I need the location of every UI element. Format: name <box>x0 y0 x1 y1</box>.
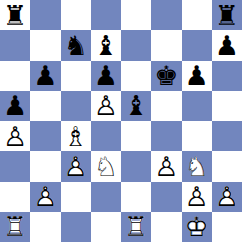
square-g8[interactable] <box>182 0 212 30</box>
square-d8[interactable] <box>91 0 121 30</box>
square-c4[interactable]: ♝♗ <box>61 121 91 151</box>
piece-black-pawn[interactable]: ♟ <box>30 61 60 91</box>
piece-black-pawn[interactable]: ♟ <box>182 61 212 91</box>
piece-outline: ♔ <box>182 212 212 242</box>
square-d1[interactable] <box>91 212 121 242</box>
piece-white-pawn[interactable]: ♟♙ <box>151 151 181 181</box>
square-f8[interactable] <box>151 0 181 30</box>
piece-body: ♝ <box>121 91 151 121</box>
square-e1[interactable]: ♜♖ <box>121 212 151 242</box>
piece-white-pawn[interactable]: ♟♙ <box>91 91 121 121</box>
square-g7[interactable] <box>182 30 212 60</box>
piece-body: ♞ <box>61 30 91 60</box>
piece-white-knight[interactable]: ♞♘ <box>182 151 212 181</box>
piece-outline: ♙ <box>151 151 181 181</box>
piece-body: ♟ <box>212 30 242 60</box>
square-d5[interactable]: ♟♙ <box>91 91 121 121</box>
square-g4[interactable] <box>182 121 212 151</box>
square-h5[interactable] <box>212 91 242 121</box>
piece-outline: ♘ <box>91 151 121 181</box>
piece-black-rook[interactable]: ♜ <box>0 0 30 30</box>
piece-black-rook[interactable]: ♜ <box>212 0 242 30</box>
square-h4[interactable] <box>212 121 242 151</box>
square-g1[interactable]: ♚♔ <box>182 212 212 242</box>
piece-outline: ♖ <box>0 212 30 242</box>
square-a4[interactable]: ♟♙ <box>0 121 30 151</box>
square-f3[interactable]: ♟♙ <box>151 151 181 181</box>
piece-black-pawn[interactable]: ♟ <box>212 30 242 60</box>
square-g6[interactable]: ♟ <box>182 61 212 91</box>
piece-body: ♜ <box>212 0 242 30</box>
piece-body: ♟ <box>0 91 30 121</box>
piece-white-pawn[interactable]: ♟♙ <box>212 182 242 212</box>
piece-black-pawn[interactable]: ♟ <box>0 91 30 121</box>
square-f4[interactable] <box>151 121 181 151</box>
piece-black-bishop[interactable]: ♝ <box>121 91 151 121</box>
piece-white-rook[interactable]: ♜♖ <box>0 212 30 242</box>
square-f2[interactable] <box>151 182 181 212</box>
square-a7[interactable] <box>0 30 30 60</box>
piece-black-knight[interactable]: ♞ <box>61 30 91 60</box>
piece-outline: ♗ <box>61 121 91 151</box>
piece-black-king[interactable]: ♚ <box>151 61 181 91</box>
square-e7[interactable] <box>121 30 151 60</box>
square-a6[interactable] <box>0 61 30 91</box>
piece-outline: ♖ <box>121 212 151 242</box>
piece-white-bishop[interactable]: ♝♗ <box>61 121 91 151</box>
square-b4[interactable] <box>30 121 60 151</box>
square-a8[interactable]: ♜ <box>0 0 30 30</box>
square-f5[interactable] <box>151 91 181 121</box>
square-d6[interactable]: ♟ <box>91 61 121 91</box>
square-h6[interactable] <box>212 61 242 91</box>
piece-body: ♟ <box>30 61 60 91</box>
square-a3[interactable] <box>0 151 30 181</box>
square-e4[interactable] <box>121 121 151 151</box>
piece-white-king[interactable]: ♚♔ <box>182 212 212 242</box>
square-h7[interactable]: ♟ <box>212 30 242 60</box>
square-c1[interactable] <box>61 212 91 242</box>
square-a5[interactable]: ♟ <box>0 91 30 121</box>
square-b3[interactable] <box>30 151 60 181</box>
piece-outline: ♙ <box>91 91 121 121</box>
piece-body: ♚ <box>151 61 181 91</box>
piece-white-rook[interactable]: ♜♖ <box>121 212 151 242</box>
square-e5[interactable]: ♝ <box>121 91 151 121</box>
square-h8[interactable]: ♜ <box>212 0 242 30</box>
piece-white-pawn[interactable]: ♟♙ <box>30 182 60 212</box>
square-c3[interactable]: ♟♙ <box>61 151 91 181</box>
chess-board: ♜♜♞♝♟♟♟♚♟♟♟♙♝♟♙♝♗♟♙♞♘♟♙♞♘♟♙♟♙♟♙♜♖♜♖♚♔ <box>0 0 242 242</box>
square-b8[interactable] <box>30 0 60 30</box>
piece-white-pawn[interactable]: ♟♙ <box>0 121 30 151</box>
square-b6[interactable]: ♟ <box>30 61 60 91</box>
piece-white-pawn[interactable]: ♟♙ <box>61 151 91 181</box>
square-e6[interactable] <box>121 61 151 91</box>
piece-body: ♜ <box>0 0 30 30</box>
square-d7[interactable]: ♝ <box>91 30 121 60</box>
square-b7[interactable] <box>30 30 60 60</box>
square-b2[interactable]: ♟♙ <box>30 182 60 212</box>
square-b1[interactable] <box>30 212 60 242</box>
square-e8[interactable] <box>121 0 151 30</box>
square-e2[interactable] <box>121 182 151 212</box>
piece-body: ♝ <box>91 30 121 60</box>
square-h1[interactable] <box>212 212 242 242</box>
square-d3[interactable]: ♞♘ <box>91 151 121 181</box>
square-f6[interactable]: ♚ <box>151 61 181 91</box>
piece-white-pawn[interactable]: ♟♙ <box>182 182 212 212</box>
square-g2[interactable]: ♟♙ <box>182 182 212 212</box>
square-h2[interactable]: ♟♙ <box>212 182 242 212</box>
piece-outline: ♘ <box>182 151 212 181</box>
square-d4[interactable] <box>91 121 121 151</box>
square-f7[interactable] <box>151 30 181 60</box>
square-c8[interactable] <box>61 0 91 30</box>
piece-outline: ♙ <box>212 182 242 212</box>
piece-outline: ♙ <box>182 182 212 212</box>
square-b5[interactable] <box>30 91 60 121</box>
piece-body: ♟ <box>91 61 121 91</box>
square-c2[interactable] <box>61 182 91 212</box>
square-a1[interactable]: ♜♖ <box>0 212 30 242</box>
piece-outline: ♙ <box>30 182 60 212</box>
piece-white-knight[interactable]: ♞♘ <box>91 151 121 181</box>
square-d2[interactable] <box>91 182 121 212</box>
square-g3[interactable]: ♞♘ <box>182 151 212 181</box>
square-c5[interactable] <box>61 91 91 121</box>
square-f1[interactable] <box>151 212 181 242</box>
piece-outline: ♙ <box>0 121 30 151</box>
piece-body: ♟ <box>182 61 212 91</box>
square-c7[interactable]: ♞ <box>61 30 91 60</box>
piece-outline: ♙ <box>61 151 91 181</box>
square-e3[interactable] <box>121 151 151 181</box>
square-c6[interactable] <box>61 61 91 91</box>
square-a2[interactable] <box>0 182 30 212</box>
piece-black-pawn[interactable]: ♟ <box>91 61 121 91</box>
square-g5[interactable] <box>182 91 212 121</box>
square-h3[interactable] <box>212 151 242 181</box>
piece-black-bishop[interactable]: ♝ <box>91 30 121 60</box>
